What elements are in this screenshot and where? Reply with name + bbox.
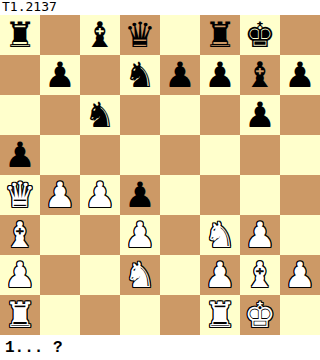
square-a5[interactable]: ♟ xyxy=(0,135,40,175)
move-prompt: 1... ? xyxy=(0,335,320,360)
square-c8[interactable]: ♝ xyxy=(80,15,120,55)
piece-black-pawn: ♟ xyxy=(44,55,75,95)
square-a6[interactable] xyxy=(0,95,40,135)
square-f2[interactable]: ♟ xyxy=(200,255,240,295)
piece-white-rook: ♜ xyxy=(204,295,235,335)
square-b3[interactable] xyxy=(40,215,80,255)
square-g3[interactable]: ♟ xyxy=(240,215,280,255)
square-g1[interactable]: ♚ xyxy=(240,295,280,335)
piece-white-pawn: ♟ xyxy=(44,175,75,215)
square-e1[interactable] xyxy=(160,295,200,335)
square-c1[interactable] xyxy=(80,295,120,335)
square-h8[interactable] xyxy=(280,15,320,55)
chess-board: ♜♝♛♜♚♟♞♟♟♝♟♞♟♟♛♟♟♟♝♟♞♟♟♞♟♝♟♜♜♚ xyxy=(0,15,320,335)
piece-black-knight: ♞ xyxy=(84,95,115,135)
square-f5[interactable] xyxy=(200,135,240,175)
square-e7[interactable]: ♟ xyxy=(160,55,200,95)
square-a4[interactable]: ♛ xyxy=(0,175,40,215)
puzzle-id: T1.2137 xyxy=(0,0,320,15)
piece-black-king: ♚ xyxy=(244,15,275,55)
piece-black-pawn: ♟ xyxy=(204,55,235,95)
piece-white-knight: ♞ xyxy=(204,215,235,255)
square-d3[interactable]: ♟ xyxy=(120,215,160,255)
square-h6[interactable] xyxy=(280,95,320,135)
piece-black-rook: ♜ xyxy=(204,15,235,55)
piece-black-pawn: ♟ xyxy=(244,95,275,135)
piece-white-pawn: ♟ xyxy=(244,215,275,255)
square-f4[interactable] xyxy=(200,175,240,215)
square-b5[interactable] xyxy=(40,135,80,175)
square-d5[interactable] xyxy=(120,135,160,175)
square-e2[interactable] xyxy=(160,255,200,295)
piece-white-knight: ♞ xyxy=(124,255,155,295)
square-d6[interactable] xyxy=(120,95,160,135)
square-g4[interactable] xyxy=(240,175,280,215)
piece-black-bishop: ♝ xyxy=(84,15,115,55)
piece-white-bishop: ♝ xyxy=(4,215,35,255)
square-b8[interactable] xyxy=(40,15,80,55)
piece-black-pawn: ♟ xyxy=(284,55,315,95)
square-c5[interactable] xyxy=(80,135,120,175)
piece-black-pawn: ♟ xyxy=(124,175,155,215)
piece-black-pawn: ♟ xyxy=(4,135,35,175)
square-f7[interactable]: ♟ xyxy=(200,55,240,95)
square-g7[interactable]: ♝ xyxy=(240,55,280,95)
square-a1[interactable]: ♜ xyxy=(0,295,40,335)
square-f1[interactable]: ♜ xyxy=(200,295,240,335)
square-e6[interactable] xyxy=(160,95,200,135)
square-g2[interactable]: ♝ xyxy=(240,255,280,295)
piece-black-bishop: ♝ xyxy=(244,55,275,95)
square-g5[interactable] xyxy=(240,135,280,175)
square-h1[interactable] xyxy=(280,295,320,335)
square-g8[interactable]: ♚ xyxy=(240,15,280,55)
square-a2[interactable]: ♟ xyxy=(0,255,40,295)
square-g6[interactable]: ♟ xyxy=(240,95,280,135)
square-e3[interactable] xyxy=(160,215,200,255)
chess-tactics-view: T1.2137 ♜♝♛♜♚♟♞♟♟♝♟♞♟♟♛♟♟♟♝♟♞♟♟♞♟♝♟♜♜♚ 1… xyxy=(0,0,320,360)
square-f3[interactable]: ♞ xyxy=(200,215,240,255)
square-a7[interactable] xyxy=(0,55,40,95)
square-d8[interactable]: ♛ xyxy=(120,15,160,55)
square-f6[interactable] xyxy=(200,95,240,135)
square-d7[interactable]: ♞ xyxy=(120,55,160,95)
square-h7[interactable]: ♟ xyxy=(280,55,320,95)
square-c6[interactable]: ♞ xyxy=(80,95,120,135)
square-d2[interactable]: ♞ xyxy=(120,255,160,295)
square-e4[interactable] xyxy=(160,175,200,215)
square-c7[interactable] xyxy=(80,55,120,95)
square-c4[interactable]: ♟ xyxy=(80,175,120,215)
square-c2[interactable] xyxy=(80,255,120,295)
square-h2[interactable]: ♟ xyxy=(280,255,320,295)
piece-black-pawn: ♟ xyxy=(164,55,195,95)
piece-white-pawn: ♟ xyxy=(84,175,115,215)
piece-white-bishop: ♝ xyxy=(244,255,275,295)
square-d1[interactable] xyxy=(120,295,160,335)
square-a8[interactable]: ♜ xyxy=(0,15,40,55)
piece-white-pawn: ♟ xyxy=(4,255,35,295)
square-d4[interactable]: ♟ xyxy=(120,175,160,215)
piece-white-king: ♚ xyxy=(244,295,275,335)
piece-white-pawn: ♟ xyxy=(124,215,155,255)
square-b2[interactable] xyxy=(40,255,80,295)
piece-black-queen: ♛ xyxy=(124,15,155,55)
square-b6[interactable] xyxy=(40,95,80,135)
square-a3[interactable]: ♝ xyxy=(0,215,40,255)
square-b1[interactable] xyxy=(40,295,80,335)
piece-white-pawn: ♟ xyxy=(284,255,315,295)
piece-white-rook: ♜ xyxy=(4,295,35,335)
piece-black-knight: ♞ xyxy=(124,55,155,95)
square-h3[interactable] xyxy=(280,215,320,255)
piece-black-rook: ♜ xyxy=(4,15,35,55)
square-e5[interactable] xyxy=(160,135,200,175)
piece-white-pawn: ♟ xyxy=(204,255,235,295)
piece-white-queen: ♛ xyxy=(4,175,35,215)
square-f8[interactable]: ♜ xyxy=(200,15,240,55)
square-h4[interactable] xyxy=(280,175,320,215)
square-e8[interactable] xyxy=(160,15,200,55)
square-c3[interactable] xyxy=(80,215,120,255)
square-b7[interactable]: ♟ xyxy=(40,55,80,95)
square-h5[interactable] xyxy=(280,135,320,175)
square-b4[interactable]: ♟ xyxy=(40,175,80,215)
